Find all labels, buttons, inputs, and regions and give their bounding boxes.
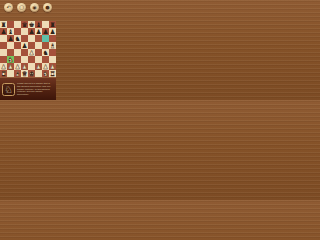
square-g6[interactable]: [42, 35, 49, 42]
hint-button[interactable]: ◉: [30, 3, 39, 12]
piece-bp-d5: ♟: [22, 42, 28, 49]
square-h6[interactable]: [49, 35, 56, 42]
square-h4[interactable]: [49, 49, 56, 56]
square-e2[interactable]: [28, 63, 35, 70]
piece-bb-b7: ♝: [8, 28, 14, 35]
square-g3[interactable]: [42, 56, 49, 63]
piece-br-a8: ♜: [1, 21, 7, 28]
square-a6[interactable]: [0, 35, 7, 42]
piece-bq-d8: ♛: [22, 21, 28, 28]
square-e3[interactable]: [28, 56, 35, 63]
piece-wp-d2: ♟: [22, 63, 28, 70]
square-f8[interactable]: ♝: [35, 21, 42, 28]
square-a8[interactable]: ♜: [0, 21, 7, 28]
square-g8[interactable]: [42, 21, 49, 28]
piece-wp-a2: ♟: [1, 63, 7, 70]
hint-text: Knight moves to a square that is two squ…: [17, 82, 54, 97]
piece-bp-a7: ♟: [1, 28, 7, 35]
chess-board: ♜♛♚♝♜♟♝♟♟♟♟♟♞♟♝♟♞♞♟♟♟♟♟♟♟♜♝♛♚♞♜: [0, 21, 56, 77]
piece-bp-h7: ♟: [50, 28, 56, 35]
square-d4[interactable]: [21, 49, 28, 56]
piece-wk-e1: ♚: [29, 70, 35, 77]
square-f2[interactable]: ♟: [35, 63, 42, 70]
piece-bb-f8: ♝: [36, 21, 42, 28]
piece-wb-h5: ♝: [50, 42, 56, 49]
square-d5[interactable]: ♟: [21, 42, 28, 49]
square-d6[interactable]: [21, 35, 28, 42]
square-a7[interactable]: ♟: [0, 28, 7, 35]
piece-wq-d1: ♛: [22, 70, 28, 77]
piece-wn-b3: ♞: [8, 56, 14, 63]
square-b8[interactable]: [7, 21, 14, 28]
square-c7[interactable]: [14, 28, 21, 35]
toolbar: ↶ ▢ ◉ ●: [0, 0, 56, 21]
square-h8[interactable]: ♜: [49, 21, 56, 28]
hint-icon: ◉: [32, 3, 36, 12]
square-g4[interactable]: ♞: [42, 49, 49, 56]
square-d8[interactable]: ♛: [21, 21, 28, 28]
square-d3[interactable]: [21, 56, 28, 63]
square-f4[interactable]: [35, 49, 42, 56]
piece-wp-g2: ♟: [43, 63, 49, 70]
more-icon: ●: [45, 3, 49, 12]
square-d1[interactable]: ♛: [21, 70, 28, 77]
square-f7[interactable]: ♟: [35, 28, 42, 35]
undo-button[interactable]: ↶: [4, 3, 13, 12]
square-h3[interactable]: [49, 56, 56, 63]
square-c3[interactable]: [14, 56, 21, 63]
hint-panel: ♘ Knight moves to a square that is two s…: [0, 77, 56, 100]
square-c5[interactable]: [14, 42, 21, 49]
square-e7[interactable]: ♟: [28, 28, 35, 35]
square-b1[interactable]: [7, 70, 14, 77]
piece-bp-f7: ♟: [36, 28, 42, 35]
square-a5[interactable]: [0, 42, 7, 49]
square-f1[interactable]: [35, 70, 42, 77]
piece-wp-f2: ♟: [36, 63, 42, 70]
square-e1[interactable]: ♚: [28, 70, 35, 77]
piece-wp-b2: ♟: [8, 63, 14, 70]
square-f6[interactable]: [35, 35, 42, 42]
square-c6[interactable]: ♞: [14, 35, 21, 42]
square-b2[interactable]: ♟: [7, 63, 14, 70]
new-board-button[interactable]: ▢: [17, 3, 26, 12]
square-a1[interactable]: ♜: [0, 70, 7, 77]
piece-wr-h1: ♜: [50, 70, 56, 77]
square-a4[interactable]: [0, 49, 7, 56]
square-e5[interactable]: [28, 42, 35, 49]
square-b3[interactable]: ♞: [7, 56, 14, 63]
square-e8[interactable]: ♚: [28, 21, 35, 28]
board-icon: ▢: [19, 3, 24, 12]
piece-bp-b6: ♟: [8, 35, 14, 42]
piece-wp-e4: ♟: [29, 49, 35, 56]
square-g1[interactable]: ♞: [42, 70, 49, 77]
square-a2[interactable]: ♟: [0, 63, 7, 70]
square-c4[interactable]: [14, 49, 21, 56]
square-f3[interactable]: [35, 56, 42, 63]
knight-icon: ♘: [2, 83, 15, 96]
square-c1[interactable]: ♝: [14, 70, 21, 77]
piece-bp-e7: ♟: [29, 28, 35, 35]
square-g5[interactable]: [42, 42, 49, 49]
square-g7[interactable]: ♟: [42, 28, 49, 35]
square-e4[interactable]: ♟: [28, 49, 35, 56]
undo-icon: ↶: [6, 3, 10, 12]
piece-bn-g4: ♞: [43, 49, 49, 56]
piece-wn-g1: ♞: [43, 70, 49, 77]
square-h7[interactable]: ♟: [49, 28, 56, 35]
piece-bk-e8: ♚: [29, 21, 35, 28]
square-c8[interactable]: [14, 21, 21, 28]
square-f5[interactable]: [35, 42, 42, 49]
square-b5[interactable]: [7, 42, 14, 49]
piece-wb-c1: ♝: [15, 70, 21, 77]
square-b6[interactable]: ♟: [7, 35, 14, 42]
square-b7[interactable]: ♝: [7, 28, 14, 35]
piece-wp-h2: ♟: [50, 63, 56, 70]
piece-br-h8: ♜: [50, 21, 56, 28]
square-a3[interactable]: [0, 56, 7, 63]
piece-bn-c6: ♞: [15, 35, 21, 42]
square-h5[interactable]: ♝: [49, 42, 56, 49]
piece-wr-a1: ♜: [1, 70, 7, 77]
square-d7[interactable]: [21, 28, 28, 35]
more-button[interactable]: ●: [43, 3, 52, 12]
square-h2[interactable]: ♟: [49, 63, 56, 70]
square-c2[interactable]: ♟: [14, 63, 21, 70]
square-g2[interactable]: ♟: [42, 63, 49, 70]
piece-bp-g7: ♟: [43, 28, 49, 35]
square-h1[interactable]: ♜: [49, 70, 56, 77]
square-e6[interactable]: [28, 35, 35, 42]
piece-wp-c2: ♟: [15, 63, 21, 70]
square-b4[interactable]: [7, 49, 14, 56]
square-d2[interactable]: ♟: [21, 63, 28, 70]
